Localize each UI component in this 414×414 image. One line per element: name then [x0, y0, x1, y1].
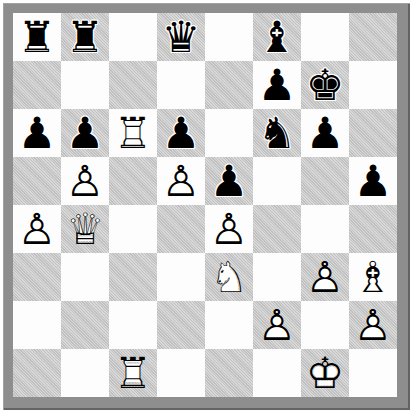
square-d3[interactable]: [157, 253, 205, 301]
white-pawn: ♙: [157, 157, 205, 205]
white-pawn: ♙: [205, 205, 253, 253]
square-a2[interactable]: [13, 301, 61, 349]
square-e8[interactable]: [205, 13, 253, 61]
square-d6[interactable]: ♟: [157, 109, 205, 157]
black-pawn: ♟: [205, 157, 253, 205]
square-g2[interactable]: [301, 301, 349, 349]
white-pawn: ♙: [349, 301, 397, 349]
square-a6[interactable]: ♟: [13, 109, 61, 157]
square-g6[interactable]: ♟: [301, 109, 349, 157]
square-d1[interactable]: [157, 349, 205, 397]
square-d2[interactable]: [157, 301, 205, 349]
square-c7[interactable]: [109, 61, 157, 109]
square-a1[interactable]: [13, 349, 61, 397]
square-a7[interactable]: [13, 61, 61, 109]
square-h3[interactable]: ♝♗: [349, 253, 397, 301]
black-pawn: ♟: [349, 157, 397, 205]
square-a4[interactable]: ♟♙: [13, 205, 61, 253]
square-a8[interactable]: ♜: [13, 13, 61, 61]
square-c6[interactable]: ♜♖: [109, 109, 157, 157]
square-f5[interactable]: [253, 157, 301, 205]
square-h7[interactable]: [349, 61, 397, 109]
square-e3[interactable]: ♞♘: [205, 253, 253, 301]
square-b2[interactable]: [61, 301, 109, 349]
chess-app-window: ♜♜♛♝♟♚♟♟♜♖♟♞♟♟♙♟♙♟♟♟♙♛♕♟♙♞♘♟♙♝♗♟♙♟♙♜♖♚♔: [0, 0, 414, 414]
black-rook: ♜: [61, 13, 109, 61]
black-pawn: ♟: [157, 109, 205, 157]
black-rook: ♜: [13, 13, 61, 61]
square-a5[interactable]: [13, 157, 61, 205]
square-h5[interactable]: ♟: [349, 157, 397, 205]
square-h1[interactable]: [349, 349, 397, 397]
square-h4[interactable]: [349, 205, 397, 253]
white-king: ♔: [301, 349, 349, 397]
square-b1[interactable]: [61, 349, 109, 397]
square-a3[interactable]: [13, 253, 61, 301]
white-bishop: ♗: [349, 253, 397, 301]
white-rook: ♖: [109, 349, 157, 397]
square-d5[interactable]: ♟♙: [157, 157, 205, 205]
white-pawn: ♙: [13, 205, 61, 253]
white-pawn: ♙: [253, 301, 301, 349]
square-b7[interactable]: [61, 61, 109, 109]
square-c4[interactable]: [109, 205, 157, 253]
square-h6[interactable]: [349, 109, 397, 157]
square-g5[interactable]: [301, 157, 349, 205]
square-e5[interactable]: ♟: [205, 157, 253, 205]
square-d7[interactable]: [157, 61, 205, 109]
square-f2[interactable]: ♟♙: [253, 301, 301, 349]
square-e7[interactable]: [205, 61, 253, 109]
black-knight: ♞: [253, 109, 301, 157]
square-d8[interactable]: ♛: [157, 13, 205, 61]
square-b6[interactable]: ♟: [61, 109, 109, 157]
square-g3[interactable]: ♟♙: [301, 253, 349, 301]
square-f6[interactable]: ♞: [253, 109, 301, 157]
white-knight: ♘: [205, 253, 253, 301]
square-g7[interactable]: ♚: [301, 61, 349, 109]
white-queen: ♕: [61, 205, 109, 253]
square-c2[interactable]: [109, 301, 157, 349]
square-b3[interactable]: [61, 253, 109, 301]
square-f4[interactable]: [253, 205, 301, 253]
square-b5[interactable]: ♟♙: [61, 157, 109, 205]
square-b4[interactable]: ♛♕: [61, 205, 109, 253]
black-queen: ♛: [157, 13, 205, 61]
square-f8[interactable]: ♝: [253, 13, 301, 61]
white-pawn: ♙: [61, 157, 109, 205]
square-e6[interactable]: [205, 109, 253, 157]
white-rook: ♖: [109, 109, 157, 157]
square-c1[interactable]: ♜♖: [109, 349, 157, 397]
black-pawn: ♟: [253, 61, 301, 109]
black-pawn: ♟: [61, 109, 109, 157]
square-f3[interactable]: [253, 253, 301, 301]
black-bishop: ♝: [253, 13, 301, 61]
white-pawn: ♙: [301, 253, 349, 301]
black-pawn: ♟: [13, 109, 61, 157]
square-c8[interactable]: [109, 13, 157, 61]
square-d4[interactable]: [157, 205, 205, 253]
board-frame: ♜♜♛♝♟♚♟♟♜♖♟♞♟♟♙♟♙♟♟♟♙♛♕♟♙♞♘♟♙♝♗♟♙♟♙♜♖♚♔: [3, 3, 410, 410]
black-pawn: ♟: [301, 109, 349, 157]
square-g8[interactable]: [301, 13, 349, 61]
square-g4[interactable]: [301, 205, 349, 253]
square-e4[interactable]: ♟♙: [205, 205, 253, 253]
square-c5[interactable]: [109, 157, 157, 205]
square-b8[interactable]: ♜: [61, 13, 109, 61]
square-e2[interactable]: [205, 301, 253, 349]
chess-board: ♜♜♛♝♟♚♟♟♜♖♟♞♟♟♙♟♙♟♟♟♙♛♕♟♙♞♘♟♙♝♗♟♙♟♙♜♖♚♔: [13, 13, 397, 397]
square-g1[interactable]: ♚♔: [301, 349, 349, 397]
square-h8[interactable]: [349, 13, 397, 61]
square-f7[interactable]: ♟: [253, 61, 301, 109]
square-h2[interactable]: ♟♙: [349, 301, 397, 349]
square-c3[interactable]: [109, 253, 157, 301]
square-f1[interactable]: [253, 349, 301, 397]
black-king: ♚: [301, 61, 349, 109]
square-e1[interactable]: [205, 349, 253, 397]
